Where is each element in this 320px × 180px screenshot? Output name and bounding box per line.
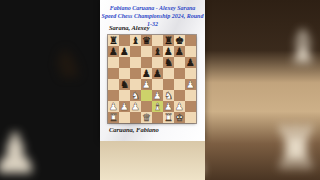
- square-d6: [141, 57, 152, 68]
- square-d3: [141, 90, 152, 101]
- square-b6: [119, 57, 130, 68]
- square-a6: [108, 57, 119, 68]
- square-d2: [141, 101, 152, 112]
- white-pawn-a2: ♟: [108, 101, 119, 112]
- square-b4: ♞: [119, 79, 130, 90]
- square-c1: [130, 112, 141, 123]
- square-e1: [152, 112, 163, 123]
- square-b8: [119, 35, 130, 46]
- square-c2: ♟: [130, 101, 141, 112]
- black-pawn-f7: ♟: [163, 46, 174, 57]
- black-pawn-d5: ♟: [141, 68, 152, 79]
- white-king-g1: ♚: [174, 112, 185, 123]
- white-pawn-e3: ♟: [152, 90, 163, 101]
- square-a8: ♜: [108, 35, 119, 46]
- square-a4: [108, 79, 119, 90]
- white-rook-a1: ♜: [108, 112, 119, 123]
- blurred-white-rook-right-icon: ♜: [270, 120, 320, 178]
- square-c3: ♞: [130, 90, 141, 101]
- player-name-black: Sarana, Alexey: [109, 24, 201, 32]
- blurred-white-pawn-left-icon: ♟: [0, 126, 40, 180]
- square-c5: [130, 68, 141, 79]
- blurred-black-knight-icon: ♞: [50, 44, 86, 84]
- square-g4: [174, 79, 185, 90]
- chess-board: ♜♝♛♜♚♟♟♝♟♟♞♟♟♟♞♟♟♞♟♞♟♟♟♝♟♟♜♛♜♚: [108, 35, 196, 123]
- square-c8: ♝: [130, 35, 141, 46]
- square-h8: [185, 35, 196, 46]
- content-panel: Fabiano Caruana - Alexey Sarana Speed Ch…: [100, 0, 205, 141]
- white-rook-f1: ♜: [163, 112, 174, 123]
- square-e3: ♟: [152, 90, 163, 101]
- black-rook-a8: ♜: [108, 35, 119, 46]
- square-c4: [130, 79, 141, 90]
- square-f7: ♟: [163, 46, 174, 57]
- square-h1: [185, 112, 196, 123]
- black-rook-f8: ♜: [163, 35, 174, 46]
- square-a5: [108, 68, 119, 79]
- black-king-g8: ♚: [174, 35, 185, 46]
- square-d7: [141, 46, 152, 57]
- square-f8: ♜: [163, 35, 174, 46]
- square-h4: ♟: [185, 79, 196, 90]
- title-line-1: Fabiano Caruana - Alexey Sarana: [100, 4, 205, 12]
- square-g3: [174, 90, 185, 101]
- square-f5: [163, 68, 174, 79]
- square-f4: [163, 79, 174, 90]
- square-c6: [130, 57, 141, 68]
- square-e5: ♟: [152, 68, 163, 79]
- white-pawn-g2: ♟: [174, 101, 185, 112]
- black-knight-b4: ♞: [119, 79, 130, 90]
- square-f2: ♟: [163, 101, 174, 112]
- square-f1: ♜: [163, 112, 174, 123]
- square-e4: [152, 79, 163, 90]
- square-c7: [130, 46, 141, 57]
- square-b3: [119, 90, 130, 101]
- player-name-white: Caruana, Fabiano: [109, 126, 201, 134]
- black-pawn-a7: ♟: [108, 46, 119, 57]
- square-g6: [174, 57, 185, 68]
- square-e2: ♝: [152, 101, 163, 112]
- white-pawn-f2: ♟: [163, 101, 174, 112]
- white-pawn-c2: ♟: [130, 101, 141, 112]
- square-g2: ♟: [174, 101, 185, 112]
- black-pawn-h6: ♟: [185, 57, 196, 68]
- square-b7: ♟: [119, 46, 130, 57]
- square-b1: [119, 112, 130, 123]
- black-queen-d8: ♛: [141, 35, 152, 46]
- square-g5: [174, 68, 185, 79]
- square-g8: ♚: [174, 35, 185, 46]
- square-h5: [185, 68, 196, 79]
- square-a3: [108, 90, 119, 101]
- square-b2: ♟: [119, 101, 130, 112]
- black-pawn-g7: ♟: [174, 46, 185, 57]
- black-pawn-e5: ♟: [152, 68, 163, 79]
- square-b5: [119, 68, 130, 79]
- white-knight-c3: ♞: [130, 90, 141, 101]
- square-g1: ♚: [174, 112, 185, 123]
- black-bishop-e7: ♝: [152, 46, 163, 57]
- square-g7: ♟: [174, 46, 185, 57]
- square-h6: ♟: [185, 57, 196, 68]
- square-d8: ♛: [141, 35, 152, 46]
- square-f3: ♞: [163, 90, 174, 101]
- square-e6: [152, 57, 163, 68]
- white-pawn-h4: ♟: [185, 79, 196, 90]
- black-bishop-c8: ♝: [130, 35, 141, 46]
- square-d5: ♟: [141, 68, 152, 79]
- white-bishop-e2: ♝: [152, 101, 163, 112]
- blurred-white-bishop-icon: ♝: [283, 26, 320, 70]
- white-pawn-d4: ♟: [141, 79, 152, 90]
- square-e8: [152, 35, 163, 46]
- video-frame: ♞♝♟♜♟♟ Fabiano Caruana - Alexey Sarana S…: [0, 0, 320, 180]
- square-d1: ♛: [141, 112, 152, 123]
- square-h7: [185, 46, 196, 57]
- square-e7: ♝: [152, 46, 163, 57]
- black-pawn-b7: ♟: [119, 46, 130, 57]
- square-a2: ♟: [108, 101, 119, 112]
- square-h3: [185, 90, 196, 101]
- white-queen-d1: ♛: [141, 112, 152, 123]
- square-a7: ♟: [108, 46, 119, 57]
- white-pawn-b2: ♟: [119, 101, 130, 112]
- square-f6: ♞: [163, 57, 174, 68]
- black-knight-f6: ♞: [163, 57, 174, 68]
- square-h2: [185, 101, 196, 112]
- panel-bottom-blur: [100, 141, 205, 180]
- white-knight-f3: ♞: [163, 90, 174, 101]
- square-d4: ♟: [141, 79, 152, 90]
- square-a1: ♜: [108, 112, 119, 123]
